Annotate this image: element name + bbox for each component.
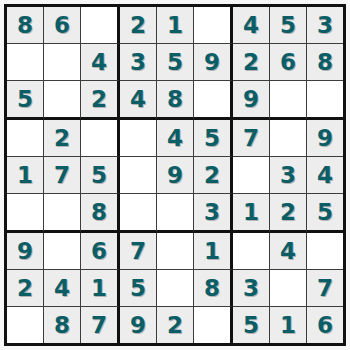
sudoku-cell[interactable] <box>7 44 44 81</box>
sudoku-cell: 1 <box>270 307 307 343</box>
sudoku-cell: 7 <box>120 233 157 270</box>
sudoku-cell: 9 <box>233 81 270 120</box>
sudoku-cell: 4 <box>270 233 307 270</box>
sudoku-cell: 1 <box>233 194 270 233</box>
sudoku-cell: 3 <box>270 157 307 194</box>
sudoku-cell: 8 <box>194 270 233 307</box>
sudoku-cell: 2 <box>7 270 44 307</box>
sudoku-cell: 9 <box>194 44 233 81</box>
sudoku-cell[interactable] <box>270 270 307 307</box>
sudoku-cell: 4 <box>157 120 194 157</box>
sudoku-cell: 2 <box>120 7 157 44</box>
sudoku-cell: 2 <box>44 120 81 157</box>
sudoku-cell[interactable] <box>44 44 81 81</box>
sudoku-cell[interactable] <box>7 120 44 157</box>
sudoku-cell: 4 <box>120 81 157 120</box>
sudoku-cell: 8 <box>157 81 194 120</box>
sudoku-cell: 3 <box>120 44 157 81</box>
sudoku-cell[interactable] <box>81 120 120 157</box>
sudoku-cell: 6 <box>307 307 343 343</box>
sudoku-cell: 2 <box>233 44 270 81</box>
sudoku-cell[interactable] <box>44 81 81 120</box>
sudoku-cell: 7 <box>307 270 343 307</box>
sudoku-cell[interactable] <box>44 233 81 270</box>
sudoku-cell: 5 <box>7 81 44 120</box>
sudoku-cell[interactable] <box>157 233 194 270</box>
sudoku-cell: 5 <box>157 44 194 81</box>
sudoku-cell: 5 <box>81 157 120 194</box>
sudoku-cell: 2 <box>270 194 307 233</box>
sudoku-cell: 9 <box>120 307 157 343</box>
sudoku-cell: 5 <box>307 194 343 233</box>
sudoku-page: 8621453435926852489245791759234831259671… <box>0 0 350 350</box>
sudoku-cell: 7 <box>233 120 270 157</box>
sudoku-cell: 9 <box>157 157 194 194</box>
sudoku-cell: 4 <box>307 157 343 194</box>
sudoku-cell[interactable] <box>157 194 194 233</box>
sudoku-cell: 2 <box>157 307 194 343</box>
sudoku-cell: 5 <box>233 307 270 343</box>
sudoku-cell[interactable] <box>7 194 44 233</box>
sudoku-board: 8621453435926852489245791759234831259671… <box>4 4 346 346</box>
sudoku-cell: 6 <box>44 7 81 44</box>
sudoku-cell: 4 <box>81 44 120 81</box>
sudoku-cell[interactable] <box>233 233 270 270</box>
sudoku-cell: 8 <box>81 194 120 233</box>
sudoku-cell: 7 <box>44 157 81 194</box>
sudoku-cell[interactable] <box>270 81 307 120</box>
sudoku-cell: 2 <box>194 157 233 194</box>
sudoku-cell: 9 <box>7 233 44 270</box>
sudoku-cell: 1 <box>81 270 120 307</box>
sudoku-cell: 1 <box>157 7 194 44</box>
sudoku-cell: 7 <box>81 307 120 343</box>
sudoku-cell: 8 <box>307 44 343 81</box>
sudoku-cell: 3 <box>307 7 343 44</box>
sudoku-cell[interactable] <box>307 233 343 270</box>
sudoku-cell[interactable] <box>307 81 343 120</box>
sudoku-cell: 9 <box>307 120 343 157</box>
sudoku-cell: 1 <box>194 233 233 270</box>
sudoku-cell[interactable] <box>194 7 233 44</box>
sudoku-cell[interactable] <box>120 194 157 233</box>
sudoku-cell: 5 <box>194 120 233 157</box>
sudoku-cell: 8 <box>44 307 81 343</box>
sudoku-cell[interactable] <box>270 120 307 157</box>
sudoku-cell[interactable] <box>81 7 120 44</box>
sudoku-cell[interactable] <box>233 157 270 194</box>
sudoku-cell: 3 <box>194 194 233 233</box>
sudoku-cell[interactable] <box>120 157 157 194</box>
sudoku-cell[interactable] <box>120 120 157 157</box>
sudoku-cell: 5 <box>270 7 307 44</box>
sudoku-cell[interactable] <box>44 194 81 233</box>
sudoku-cell: 4 <box>233 7 270 44</box>
sudoku-cell[interactable] <box>7 307 44 343</box>
sudoku-cell: 1 <box>7 157 44 194</box>
sudoku-cell: 6 <box>81 233 120 270</box>
sudoku-cell[interactable] <box>194 81 233 120</box>
sudoku-cell: 4 <box>44 270 81 307</box>
sudoku-cell: 6 <box>270 44 307 81</box>
sudoku-cell: 3 <box>233 270 270 307</box>
sudoku-cell: 8 <box>7 7 44 44</box>
sudoku-cell: 5 <box>120 270 157 307</box>
sudoku-cell[interactable] <box>157 270 194 307</box>
sudoku-cell: 2 <box>81 81 120 120</box>
sudoku-cell[interactable] <box>194 307 233 343</box>
